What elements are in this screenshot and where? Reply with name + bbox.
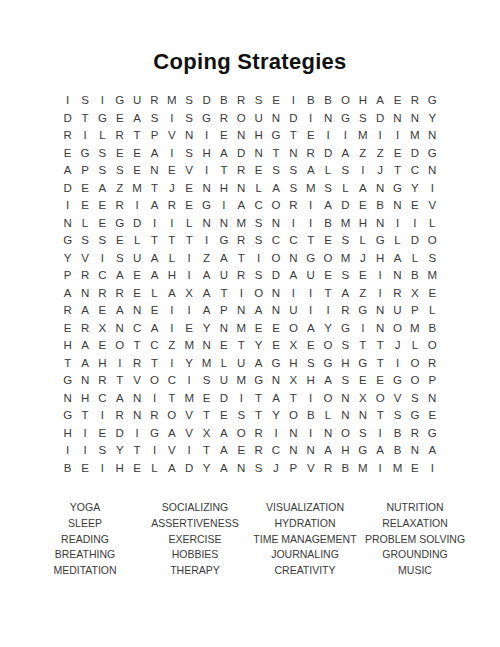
grid-cell[interactable]: T (198, 442, 215, 460)
grid-cell[interactable]: O (337, 92, 354, 110)
grid-cell[interactable]: A (215, 425, 232, 443)
grid-cell[interactable]: I (267, 425, 284, 443)
grid-cell[interactable]: E (233, 442, 250, 460)
grid-cell[interactable]: R (146, 92, 163, 110)
grid-cell[interactable]: I (94, 92, 111, 110)
grid-cell[interactable]: T (250, 390, 267, 408)
grid-cell[interactable]: I (215, 197, 232, 215)
grid-cell[interactable]: M (181, 390, 198, 408)
grid-cell[interactable]: G (59, 372, 76, 390)
grid-cell[interactable]: L (424, 215, 441, 233)
grid-cell[interactable]: U (285, 302, 302, 320)
grid-cell[interactable]: Y (198, 460, 215, 478)
grid-cell[interactable]: T (163, 232, 180, 250)
grid-cell[interactable]: T (198, 407, 215, 425)
grid-cell[interactable]: A (111, 390, 128, 408)
grid-cell[interactable]: M (354, 127, 371, 145)
grid-cell[interactable]: S (233, 407, 250, 425)
grid-cell[interactable]: V (163, 127, 180, 145)
grid-cell[interactable]: S (250, 267, 267, 285)
grid-cell[interactable]: D (406, 145, 423, 163)
grid-cell[interactable]: M (233, 372, 250, 390)
grid-cell[interactable]: T (215, 285, 232, 303)
grid-cell[interactable]: E (250, 162, 267, 180)
grid-cell[interactable]: D (59, 110, 76, 128)
grid-cell[interactable]: E (76, 180, 93, 198)
grid-cell[interactable]: R (337, 302, 354, 320)
grid-cell[interactable]: B (424, 320, 441, 338)
grid-cell[interactable]: E (319, 232, 336, 250)
grid-cell[interactable]: R (94, 285, 111, 303)
grid-cell[interactable]: D (128, 215, 145, 233)
grid-cell[interactable]: T (181, 232, 198, 250)
grid-cell[interactable]: R (319, 460, 336, 478)
grid-cell[interactable]: E (76, 460, 93, 478)
grid-cell[interactable]: I (163, 302, 180, 320)
grid-cell[interactable]: L (424, 302, 441, 320)
grid-cell[interactable]: Z (354, 285, 371, 303)
grid-cell[interactable]: M (406, 320, 423, 338)
grid-cell[interactable]: S (181, 92, 198, 110)
grid-cell[interactable]: M (302, 180, 319, 198)
grid-cell[interactable]: R (233, 162, 250, 180)
grid-cell[interactable]: O (337, 425, 354, 443)
grid-cell[interactable]: I (163, 110, 180, 128)
grid-cell[interactable]: N (424, 162, 441, 180)
grid-cell[interactable]: G (267, 355, 284, 373)
grid-cell[interactable]: O (111, 337, 128, 355)
grid-cell[interactable]: R (389, 285, 406, 303)
grid-cell[interactable]: M (163, 92, 180, 110)
grid-cell[interactable]: I (76, 442, 93, 460)
grid-cell[interactable]: A (146, 320, 163, 338)
grid-cell[interactable]: L (319, 407, 336, 425)
grid-cell[interactable]: A (215, 442, 232, 460)
grid-cell[interactable]: E (354, 267, 371, 285)
grid-cell[interactable]: D (181, 460, 198, 478)
grid-cell[interactable]: D (285, 110, 302, 128)
grid-cell[interactable]: R (406, 92, 423, 110)
grid-cell[interactable]: G (389, 372, 406, 390)
grid-cell[interactable]: R (233, 267, 250, 285)
grid-cell[interactable]: T (267, 145, 284, 163)
grid-cell[interactable]: A (146, 145, 163, 163)
grid-cell[interactable]: I (389, 215, 406, 233)
grid-cell[interactable]: V (389, 390, 406, 408)
grid-cell[interactable]: H (198, 145, 215, 163)
grid-cell[interactable]: R (163, 197, 180, 215)
grid-cell[interactable]: N (128, 407, 145, 425)
grid-cell[interactable]: Z (198, 250, 215, 268)
grid-cell[interactable]: R (111, 127, 128, 145)
grid-cell[interactable]: R (250, 442, 267, 460)
grid-cell[interactable]: E (354, 372, 371, 390)
grid-cell[interactable]: T (76, 407, 93, 425)
grid-cell[interactable]: T (285, 390, 302, 408)
grid-cell[interactable]: O (146, 372, 163, 390)
grid-cell[interactable]: E (424, 285, 441, 303)
grid-cell[interactable]: N (267, 302, 284, 320)
grid-cell[interactable]: N (406, 442, 423, 460)
grid-cell[interactable]: A (302, 162, 319, 180)
grid-cell[interactable]: G (111, 215, 128, 233)
grid-cell[interactable]: I (128, 425, 145, 443)
grid-cell[interactable]: R (111, 197, 128, 215)
grid-cell[interactable]: I (111, 355, 128, 373)
grid-cell[interactable]: A (59, 285, 76, 303)
grid-cell[interactable]: C (285, 232, 302, 250)
grid-cell[interactable]: U (233, 355, 250, 373)
grid-cell[interactable]: M (337, 215, 354, 233)
grid-cell[interactable]: T (163, 390, 180, 408)
grid-cell[interactable]: E (111, 145, 128, 163)
grid-cell[interactable]: I (198, 162, 215, 180)
grid-cell[interactable]: M (128, 180, 145, 198)
grid-cell[interactable]: S (354, 425, 371, 443)
grid-cell[interactable]: A (76, 337, 93, 355)
grid-cell[interactable]: I (389, 127, 406, 145)
grid-cell[interactable]: I (302, 110, 319, 128)
grid-cell[interactable]: R (128, 355, 145, 373)
grid-cell[interactable]: A (354, 180, 371, 198)
grid-cell[interactable]: G (354, 355, 371, 373)
grid-cell[interactable]: H (59, 337, 76, 355)
grid-cell[interactable]: E (406, 460, 423, 478)
grid-cell[interactable]: M (406, 127, 423, 145)
grid-cell[interactable]: Z (371, 145, 388, 163)
grid-cell[interactable]: X (94, 320, 111, 338)
grid-cell[interactable]: S (181, 110, 198, 128)
grid-cell[interactable]: I (94, 250, 111, 268)
grid-cell[interactable]: H (354, 215, 371, 233)
grid-cell[interactable]: Z (354, 145, 371, 163)
grid-cell[interactable]: G (59, 232, 76, 250)
grid-cell[interactable]: O (424, 337, 441, 355)
grid-cell[interactable]: G (389, 180, 406, 198)
grid-cell[interactable]: E (389, 92, 406, 110)
grid-cell[interactable]: I (163, 320, 180, 338)
grid-cell[interactable]: G (424, 425, 441, 443)
grid-cell[interactable]: S (111, 162, 128, 180)
grid-cell[interactable]: I (406, 215, 423, 233)
grid-cell[interactable]: D (406, 232, 423, 250)
grid-cell[interactable]: I (163, 145, 180, 163)
grid-cell[interactable]: B (389, 442, 406, 460)
grid-cell[interactable]: I (302, 425, 319, 443)
grid-cell[interactable]: V (424, 197, 441, 215)
grid-cell[interactable]: N (285, 250, 302, 268)
grid-cell[interactable]: S (198, 372, 215, 390)
grid-cell[interactable]: V (163, 442, 180, 460)
grid-cell[interactable]: I (302, 390, 319, 408)
grid-cell[interactable]: X (198, 425, 215, 443)
grid-cell[interactable]: T (233, 250, 250, 268)
grid-cell[interactable]: S (319, 180, 336, 198)
grid-cell[interactable]: E (371, 372, 388, 390)
grid-cell[interactable]: O (233, 110, 250, 128)
grid-cell[interactable]: A (337, 285, 354, 303)
grid-cell[interactable]: S (181, 145, 198, 163)
grid-cell[interactable]: A (128, 110, 145, 128)
grid-cell[interactable]: I (424, 180, 441, 198)
grid-cell[interactable]: T (128, 442, 145, 460)
grid-cell[interactable]: I (59, 197, 76, 215)
grid-cell[interactable]: A (267, 390, 284, 408)
grid-cell[interactable]: S (337, 372, 354, 390)
grid-cell[interactable]: I (181, 267, 198, 285)
grid-cell[interactable]: S (76, 232, 93, 250)
grid-cell[interactable]: Y (319, 320, 336, 338)
grid-cell[interactable]: D (371, 110, 388, 128)
grid-cell[interactable]: A (146, 267, 163, 285)
grid-cell[interactable]: S (285, 162, 302, 180)
grid-cell[interactable]: O (163, 407, 180, 425)
grid-cell[interactable]: B (319, 215, 336, 233)
grid-cell[interactable]: C (94, 267, 111, 285)
grid-cell[interactable]: N (76, 285, 93, 303)
grid-cell[interactable]: I (354, 162, 371, 180)
grid-cell[interactable]: N (337, 407, 354, 425)
grid-cell[interactable]: A (215, 145, 232, 163)
grid-cell[interactable]: N (285, 145, 302, 163)
grid-cell[interactable]: N (319, 425, 336, 443)
grid-cell[interactable]: S (111, 250, 128, 268)
grid-cell[interactable]: Z (111, 180, 128, 198)
grid-cell[interactable]: L (389, 232, 406, 250)
grid-cell[interactable]: G (354, 302, 371, 320)
grid-cell[interactable]: P (59, 267, 76, 285)
grid-cell[interactable]: X (406, 285, 423, 303)
grid-cell[interactable]: R (76, 320, 93, 338)
grid-cell[interactable]: P (146, 127, 163, 145)
grid-cell[interactable]: A (302, 320, 319, 338)
grid-cell[interactable]: B (215, 92, 232, 110)
grid-cell[interactable]: E (94, 197, 111, 215)
grid-cell[interactable]: O (285, 320, 302, 338)
grid-cell[interactable]: S (267, 162, 284, 180)
grid-cell[interactable]: I (371, 460, 388, 478)
grid-cell[interactable]: I (59, 92, 76, 110)
grid-cell[interactable]: H (302, 372, 319, 390)
grid-cell[interactable]: M (233, 320, 250, 338)
grid-cell[interactable]: M (424, 267, 441, 285)
grid-cell[interactable]: H (215, 180, 232, 198)
grid-cell[interactable]: G (371, 232, 388, 250)
grid-cell[interactable]: T (128, 337, 145, 355)
grid-cell[interactable]: X (181, 285, 198, 303)
grid-cell[interactable]: A (215, 460, 232, 478)
grid-cell[interactable]: S (250, 460, 267, 478)
grid-cell[interactable]: I (354, 320, 371, 338)
grid-cell[interactable]: C (163, 372, 180, 390)
grid-cell[interactable]: H (371, 250, 388, 268)
grid-cell[interactable]: N (111, 320, 128, 338)
grid-cell[interactable]: S (424, 250, 441, 268)
grid-cell[interactable]: E (128, 267, 145, 285)
grid-cell[interactable]: E (181, 180, 198, 198)
grid-cell[interactable]: U (128, 92, 145, 110)
grid-cell[interactable]: O (406, 372, 423, 390)
grid-cell[interactable]: N (371, 320, 388, 338)
grid-cell[interactable]: U (215, 372, 232, 390)
grid-cell[interactable]: N (319, 110, 336, 128)
grid-cell[interactable]: T (371, 337, 388, 355)
grid-cell[interactable]: I (285, 92, 302, 110)
grid-cell[interactable]: M (198, 355, 215, 373)
grid-cell[interactable]: X (354, 390, 371, 408)
grid-cell[interactable]: B (406, 267, 423, 285)
grid-cell[interactable]: T (302, 232, 319, 250)
grid-cell[interactable]: N (198, 180, 215, 198)
grid-cell[interactable]: I (128, 197, 145, 215)
grid-cell[interactable]: A (371, 442, 388, 460)
grid-cell[interactable]: U (302, 267, 319, 285)
grid-cell[interactable]: S (146, 110, 163, 128)
grid-cell[interactable]: E (128, 460, 145, 478)
grid-cell[interactable]: N (389, 110, 406, 128)
grid-cell[interactable]: C (94, 390, 111, 408)
grid-cell[interactable]: E (111, 110, 128, 128)
grid-cell[interactable]: A (163, 285, 180, 303)
grid-cell[interactable]: I (319, 302, 336, 320)
grid-cell[interactable]: E (94, 425, 111, 443)
grid-cell[interactable]: I (233, 390, 250, 408)
grid-cell[interactable]: T (285, 127, 302, 145)
grid-cell[interactable]: I (233, 285, 250, 303)
grid-cell[interactable]: Y (406, 180, 423, 198)
grid-cell[interactable]: T (111, 372, 128, 390)
grid-cell[interactable]: A (371, 92, 388, 110)
grid-cell[interactable]: I (250, 250, 267, 268)
grid-cell[interactable]: O (267, 250, 284, 268)
grid-cell[interactable]: D (198, 92, 215, 110)
grid-cell[interactable]: L (94, 127, 111, 145)
grid-cell[interactable]: N (76, 372, 93, 390)
grid-cell[interactable]: T (319, 285, 336, 303)
grid-cell[interactable]: N (371, 215, 388, 233)
grid-cell[interactable]: O (319, 337, 336, 355)
grid-cell[interactable]: B (302, 407, 319, 425)
grid-cell[interactable]: L (146, 285, 163, 303)
grid-cell[interactable]: T (146, 355, 163, 373)
grid-cell[interactable]: S (94, 232, 111, 250)
grid-cell[interactable]: V (181, 425, 198, 443)
grid-cell[interactable]: E (128, 285, 145, 303)
grid-cell[interactable]: I (285, 285, 302, 303)
grid-cell[interactable]: E (302, 127, 319, 145)
grid-cell[interactable]: N (233, 302, 250, 320)
grid-cell[interactable]: I (285, 215, 302, 233)
grid-cell[interactable]: G (198, 197, 215, 215)
grid-cell[interactable]: I (76, 127, 93, 145)
grid-cell[interactable]: Y (424, 110, 441, 128)
grid-cell[interactable]: E (424, 407, 441, 425)
grid-cell[interactable]: I (146, 442, 163, 460)
grid-cell[interactable]: O (319, 390, 336, 408)
grid-cell[interactable]: E (59, 145, 76, 163)
grid-cell[interactable]: D (319, 145, 336, 163)
grid-cell[interactable]: H (163, 267, 180, 285)
grid-cell[interactable]: G (302, 250, 319, 268)
grid-cell[interactable]: E (302, 337, 319, 355)
grid-cell[interactable]: I (181, 442, 198, 460)
grid-cell[interactable]: R (59, 127, 76, 145)
grid-cell[interactable]: S (76, 92, 93, 110)
grid-cell[interactable]: B (319, 92, 336, 110)
grid-cell[interactable]: A (250, 302, 267, 320)
grid-cell[interactable]: I (198, 232, 215, 250)
grid-cell[interactable]: V (302, 460, 319, 478)
grid-cell[interactable]: H (285, 355, 302, 373)
grid-cell[interactable]: Y (267, 407, 284, 425)
grid-cell[interactable]: D (337, 197, 354, 215)
grid-cell[interactable]: L (354, 232, 371, 250)
grid-cell[interactable]: X (285, 372, 302, 390)
grid-cell[interactable]: G (76, 145, 93, 163)
grid-cell[interactable]: A (389, 250, 406, 268)
grid-cell[interactable]: X (285, 337, 302, 355)
grid-cell[interactable]: T (128, 127, 145, 145)
grid-cell[interactable]: I (319, 127, 336, 145)
grid-cell[interactable]: B (389, 425, 406, 443)
grid-cell[interactable]: R (233, 232, 250, 250)
grid-cell[interactable]: N (267, 285, 284, 303)
grid-cell[interactable]: S (337, 337, 354, 355)
grid-cell[interactable]: S (250, 232, 267, 250)
grid-cell[interactable]: A (76, 302, 93, 320)
grid-cell[interactable]: N (267, 372, 284, 390)
grid-cell[interactable]: G (337, 110, 354, 128)
grid-cell[interactable]: B (337, 460, 354, 478)
grid-cell[interactable]: G (267, 127, 284, 145)
grid-cell[interactable]: E (406, 197, 423, 215)
grid-cell[interactable]: V (76, 250, 93, 268)
grid-cell[interactable]: A (163, 460, 180, 478)
grid-cell[interactable]: N (302, 442, 319, 460)
grid-cell[interactable]: C (267, 232, 284, 250)
grid-cell[interactable]: R (233, 92, 250, 110)
grid-cell[interactable]: G (319, 355, 336, 373)
grid-cell[interactable]: I (94, 407, 111, 425)
grid-cell[interactable]: S (389, 407, 406, 425)
grid-cell[interactable]: T (146, 232, 163, 250)
grid-cell[interactable]: A (337, 145, 354, 163)
grid-cell[interactable]: Y (181, 355, 198, 373)
grid-cell[interactable]: U (215, 267, 232, 285)
grid-cell[interactable]: P (285, 460, 302, 478)
grid-cell[interactable]: G (337, 320, 354, 338)
grid-cell[interactable]: T (215, 162, 232, 180)
grid-cell[interactable]: G (250, 372, 267, 390)
grid-cell[interactable]: E (128, 162, 145, 180)
grid-cell[interactable]: E (215, 407, 232, 425)
grid-cell[interactable]: A (146, 250, 163, 268)
grid-cell[interactable]: L (337, 180, 354, 198)
grid-cell[interactable]: E (250, 320, 267, 338)
grid-cell[interactable]: B (59, 460, 76, 478)
grid-cell[interactable]: G (111, 92, 128, 110)
grid-cell[interactable]: R (146, 407, 163, 425)
grid-cell[interactable]: H (111, 460, 128, 478)
grid-cell[interactable]: H (94, 355, 111, 373)
grid-cell[interactable]: N (215, 215, 232, 233)
grid-cell[interactable]: J (163, 180, 180, 198)
grid-cell[interactable]: H (354, 92, 371, 110)
grid-cell[interactable]: I (337, 127, 354, 145)
grid-cell[interactable]: N (389, 267, 406, 285)
grid-cell[interactable]: U (128, 250, 145, 268)
grid-cell[interactable]: G (59, 407, 76, 425)
